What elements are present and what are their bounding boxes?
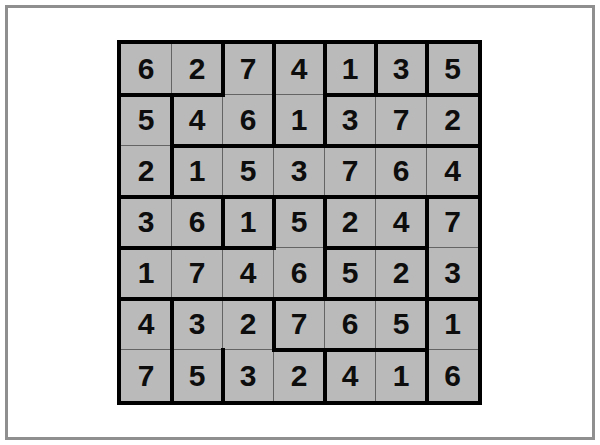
cell-r2c5: 3 — [325, 95, 376, 146]
cell-r6c5: 6 — [325, 299, 376, 350]
cell-r3c3: 5 — [223, 146, 274, 197]
cell-r2c1: 5 — [121, 95, 172, 146]
cell-r3c7: 4 — [427, 146, 478, 197]
cell-r2c2: 4 — [172, 95, 223, 146]
cage-wall-horizontal — [221, 297, 276, 301]
cage-wall-horizontal — [374, 348, 429, 352]
cage-wall-vertical — [425, 297, 429, 352]
cage-wall-horizontal — [425, 195, 480, 199]
cage-wall-horizontal — [374, 297, 429, 301]
cage-wall-horizontal — [119, 93, 174, 97]
cage-wall-vertical — [323, 195, 327, 250]
cell-r6c3: 2 — [223, 299, 274, 350]
cage-wall-horizontal — [221, 144, 276, 148]
cell-r2c3: 6 — [223, 95, 274, 146]
cage-wall-horizontal — [170, 93, 225, 97]
cage-wall-vertical — [221, 348, 225, 403]
cell-r1c6: 3 — [376, 44, 427, 95]
cell-r1c1: 6 — [121, 44, 172, 95]
cell-r3c5: 7 — [325, 146, 376, 197]
cell-r1c4: 4 — [274, 44, 325, 95]
puzzle-page: { "title": "7x7 number puzzle solution g… — [0, 0, 600, 445]
cage-wall-horizontal — [119, 246, 174, 250]
cage-wall-horizontal — [272, 348, 327, 352]
cage-wall-horizontal — [323, 246, 378, 250]
cell-r3c2: 1 — [172, 146, 223, 197]
cage-wall-horizontal — [425, 93, 480, 97]
cage-wall-vertical — [272, 297, 276, 352]
cage-wall-vertical — [221, 42, 225, 97]
cage-wall-vertical — [272, 93, 276, 148]
cell-r7c7: 6 — [427, 350, 478, 401]
cage-wall-horizontal — [221, 195, 276, 199]
cell-r5c1: 1 — [121, 248, 172, 299]
cage-wall-horizontal — [170, 297, 225, 301]
cage-wall-vertical — [170, 93, 174, 148]
cell-r1c3: 7 — [223, 44, 274, 95]
cage-wall-horizontal — [170, 144, 225, 148]
cell-r5c4: 6 — [274, 248, 325, 299]
cage-wall-horizontal — [119, 297, 174, 301]
cell-r6c6: 5 — [376, 299, 427, 350]
cage-wall-horizontal — [323, 297, 378, 301]
cell-r7c1: 7 — [121, 350, 172, 401]
cage-wall-horizontal — [374, 144, 429, 148]
cell-r1c2: 2 — [172, 44, 223, 95]
cage-wall-horizontal — [272, 195, 327, 199]
cage-wall-vertical — [323, 348, 327, 403]
cage-wall-horizontal — [425, 297, 480, 301]
cell-r4c1: 3 — [121, 197, 172, 248]
cage-wall-horizontal — [323, 195, 378, 199]
cell-r6c2: 3 — [172, 299, 223, 350]
cage-wall-vertical — [425, 195, 429, 250]
cell-r5c3: 4 — [223, 248, 274, 299]
cell-r6c7: 1 — [427, 299, 478, 350]
cell-r7c6: 1 — [376, 350, 427, 401]
cage-wall-horizontal — [425, 144, 480, 148]
cage-wall-horizontal — [221, 246, 276, 250]
cage-wall-horizontal — [323, 348, 378, 352]
cage-wall-vertical — [374, 42, 378, 97]
cage-wall-vertical — [425, 246, 429, 301]
cage-wall-horizontal — [119, 195, 174, 199]
cage-wall-horizontal — [272, 144, 327, 148]
cell-r5c7: 3 — [427, 248, 478, 299]
cell-r4c7: 7 — [427, 197, 478, 248]
cell-r3c1: 2 — [121, 146, 172, 197]
cell-r6c1: 4 — [121, 299, 172, 350]
cell-r2c4: 1 — [274, 95, 325, 146]
cage-wall-vertical — [425, 348, 429, 403]
cell-r3c4: 3 — [274, 146, 325, 197]
cell-r3c6: 6 — [376, 146, 427, 197]
cage-wall-horizontal — [374, 93, 429, 97]
cell-r7c2: 5 — [172, 350, 223, 401]
cage-wall-vertical — [272, 195, 276, 250]
cell-r4c2: 6 — [172, 197, 223, 248]
cage-wall-vertical — [170, 348, 174, 403]
cage-wall-vertical — [221, 195, 225, 250]
cage-wall-horizontal — [170, 195, 225, 199]
cage-wall-vertical — [425, 42, 429, 97]
cell-r1c7: 5 — [427, 44, 478, 95]
cage-wall-vertical — [272, 42, 276, 97]
cage-wall-vertical — [170, 144, 174, 199]
cell-r5c5: 5 — [325, 248, 376, 299]
cell-r7c3: 3 — [223, 350, 274, 401]
cell-r4c3: 1 — [223, 197, 274, 248]
cage-wall-horizontal — [374, 195, 429, 199]
cage-wall-horizontal — [374, 246, 429, 250]
cell-r4c5: 2 — [325, 197, 376, 248]
cell-r7c4: 2 — [274, 350, 325, 401]
cell-r4c6: 4 — [376, 197, 427, 248]
cell-r7c5: 4 — [325, 350, 376, 401]
cage-wall-horizontal — [323, 93, 378, 97]
cage-wall-vertical — [323, 93, 327, 148]
cage-wall-vertical — [170, 297, 174, 352]
cage-wall-horizontal — [170, 246, 225, 250]
puzzle-grid: 6274135546137221537643615247174652343276… — [117, 40, 482, 405]
cell-r6c4: 7 — [274, 299, 325, 350]
cell-r1c5: 1 — [325, 44, 376, 95]
cage-wall-horizontal — [272, 297, 327, 301]
cage-wall-vertical — [323, 42, 327, 97]
cell-r2c6: 7 — [376, 95, 427, 146]
cage-wall-horizontal — [323, 144, 378, 148]
cell-r5c6: 2 — [376, 248, 427, 299]
cell-r2c7: 2 — [427, 95, 478, 146]
cell-r5c2: 7 — [172, 248, 223, 299]
cage-wall-vertical — [323, 246, 327, 301]
cell-r4c4: 5 — [274, 197, 325, 248]
